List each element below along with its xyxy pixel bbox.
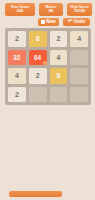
tile-4: 4 — [70, 31, 88, 47]
your-score-value: 620 — [17, 9, 24, 14]
tile-2: 2 — [50, 31, 68, 47]
empty-cell — [29, 87, 47, 103]
moves-label: Moves — [46, 5, 57, 9]
tile-2: 2 — [8, 87, 26, 103]
empty-cell — [70, 87, 88, 103]
tile-8: 8 — [29, 31, 47, 47]
new-game-label: New — [46, 20, 55, 25]
empty-cell — [50, 87, 68, 103]
high-score-value: 16120 — [74, 9, 85, 14]
new-game-icon — [41, 20, 45, 24]
high-score-box: High Score 16120 — [67, 3, 92, 16]
high-score-label: High Score — [70, 5, 88, 9]
your-score-label: Your Score — [11, 5, 29, 9]
empty-cell — [70, 50, 88, 66]
tile-badge — [43, 61, 47, 65]
your-score-box: Your Score 620 — [5, 3, 35, 16]
tile-8: 8 — [50, 68, 68, 84]
new-game-button[interactable]: New — [38, 18, 59, 26]
moves-box: Moves 86 — [39, 3, 63, 16]
tile-4: 4 — [8, 68, 26, 84]
score-header: Your Score 620 Moves 86 High Score 16120 — [5, 3, 92, 16]
tile-64: 64 — [29, 50, 47, 66]
tile-2: 2 — [29, 68, 47, 84]
undo-button[interactable]: ↶ Undo — [63, 18, 90, 26]
bottom-banner[interactable] — [9, 191, 62, 197]
moves-value: 86 — [49, 9, 53, 14]
tile-2: 2 — [8, 31, 26, 47]
tile-32: 32 — [8, 50, 26, 66]
undo-label: Undo — [74, 20, 86, 25]
undo-icon: ↶ — [68, 19, 73, 25]
empty-cell — [70, 68, 88, 84]
board[interactable]: 2824326444282 — [5, 28, 91, 105]
tile-4: 4 — [50, 50, 68, 66]
